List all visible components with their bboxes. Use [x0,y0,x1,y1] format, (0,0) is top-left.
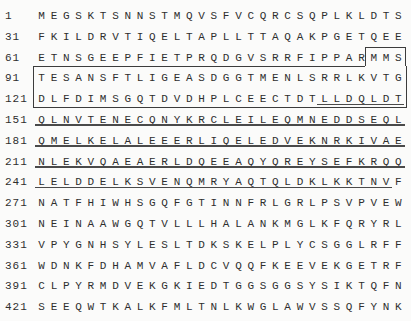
residue-cell: A [343,48,355,69]
residue-cell: Q [146,110,158,131]
sequence-row: 391CLPYRMDVEKGKIEDTGGSGGSYSIKTQFN [0,276,411,297]
residue-cell: L [134,297,146,318]
residue-cell: V [146,172,158,193]
residue-cell: E [171,131,183,152]
residue-cell: P [318,48,330,69]
residue-cell: G [183,193,195,214]
residue-cell: E [220,152,232,173]
residue-cell: G [282,276,294,297]
sequence-row: 181QMELKELALEEERLIQELEDVEKNRKIVAE [0,131,411,152]
residue-cell: G [146,193,158,214]
row-position-number: 61 [5,48,20,69]
residue-cell: E [392,131,404,152]
residue-cell: E [195,276,207,297]
residue-cell: A [232,152,244,173]
residue-cell: E [392,27,404,48]
residue-cell: T [60,193,72,214]
residue-cell: L [109,172,121,193]
residue-cell: Y [60,235,72,256]
residue-cell: S [36,297,48,318]
residue-cell: F [85,256,97,277]
residue-cell: L [134,131,146,152]
residue-cell: Q [245,152,257,173]
residue-cell: N [122,6,134,27]
residue-cell: A [134,152,146,173]
residue-cell: E [48,172,60,193]
residue-cell: L [331,89,343,110]
residue-cell: L [245,131,257,152]
residue-cell: M [294,110,306,131]
residue-cell: L [269,193,281,214]
residue-cell: V [122,276,134,297]
residue-cell: K [85,131,97,152]
residue-cell: F [257,256,269,277]
residue-cell: N [72,214,84,235]
residue-cell: Q [282,27,294,48]
residue-cell: K [343,172,355,193]
residue-cell: F [220,6,232,27]
residue-cell: K [232,297,244,318]
residue-cell: E [331,152,343,173]
residue-cell: I [146,48,158,69]
residue-cell: F [343,152,355,173]
residue-cell: F [380,276,392,297]
residue-cell: T [195,297,207,318]
row-position-number: 151 [5,110,28,131]
residue-cell: C [245,6,257,27]
residue-cell: M [195,172,207,193]
residue-cell: T [48,48,60,69]
residue-cell: S [134,172,146,193]
residue-cell: D [294,89,306,110]
residue-cell: N [282,68,294,89]
residue-cell: M [97,276,109,297]
residue-cell: S [208,6,220,27]
residue-cell: Q [269,152,281,173]
residue-cell: Q [380,110,392,131]
residue-cell: K [232,235,244,256]
residue-cell: Q [343,214,355,235]
residue-cell: M [257,68,269,89]
residue-cell: S [331,193,343,214]
residue-cell: T [380,68,392,89]
residue-cell: G [245,276,257,297]
sequence-row: 151QLNVTENECQNYKRCLEILEQMNEDDSEQL [0,110,411,131]
residue-cell: F [36,27,48,48]
residue-cell: S [72,48,84,69]
residue-cell: D [159,89,171,110]
residue-cell: I [97,193,109,214]
residue-cell: D [72,172,84,193]
residue-cell: V [245,48,257,69]
residue-cell: Q [183,6,195,27]
residue-cell: M [368,48,380,69]
residue-cell: S [146,6,158,27]
residue-cell: G [392,68,404,89]
residue-cell: T [380,6,392,27]
residue-cell: F [171,256,183,277]
residue-cell: Y [220,172,232,193]
residue-cell: P [331,48,343,69]
residue-cell: C [134,110,146,131]
residue-cell: N [159,110,171,131]
residue-cell: Q [36,110,48,131]
residue-cell: E [97,110,109,131]
residue-cell: T [257,27,269,48]
residue-cell: Y [171,110,183,131]
residue-cell: N [380,297,392,318]
residue-cell: W [109,193,121,214]
residue-cell: A [380,131,392,152]
residue-cell: L [318,89,330,110]
residue-cell: N [36,152,48,173]
residue-cell: L [171,152,183,173]
residue-cell: Q [232,256,244,277]
residue-cell: L [134,68,146,89]
sequence-figure: 1MEGSKTSNNSTMQVSFVCQRCSQPLKLDTS31FKILDRV… [0,0,411,321]
residue-cell: S [355,110,367,131]
residue-cell: E [109,48,121,69]
residue-cell: S [60,68,72,89]
residue-cell: T [195,193,207,214]
residue-cell: T [392,89,404,110]
residue-cell: D [36,89,48,110]
residue-cell: R [380,256,392,277]
residue-cell: I [85,89,97,110]
residue-cell: D [183,89,195,110]
residue-cell: P [355,193,367,214]
residue-cell: Q [97,152,109,173]
residue-cell: E [257,131,269,152]
residue-cell: D [343,110,355,131]
residue-cell: W [36,256,48,277]
residue-cell: K [146,276,158,297]
residue-cell: S [318,235,330,256]
residue-cell: Y [122,235,134,256]
residue-cell: Q [245,172,257,193]
residue-cell: Q [368,276,380,297]
residue-cell: M [282,214,294,235]
residue-cell: C [282,6,294,27]
residue-cell: G [343,256,355,277]
row-position-number: 121 [5,89,28,110]
residue-cell: R [269,6,281,27]
residue-cell: E [48,214,60,235]
residue-cell: T [355,27,367,48]
residue-cell: P [208,89,220,110]
residue-cell: N [208,297,220,318]
residue-cell: T [245,27,257,48]
residue-cell: E [60,131,72,152]
residue-cell: W [245,297,257,318]
residue-cell: A [48,193,60,214]
residue-cell: L [392,214,404,235]
residue-cell: E [171,68,183,89]
residue-cell: M [380,48,392,69]
row-position-number: 301 [5,214,28,235]
residue-cell: N [60,48,72,69]
residue-cell: V [306,256,318,277]
residue-cell: F [134,48,146,69]
row-position-number: 241 [5,172,28,193]
residue-cell: P [48,235,60,256]
residue-cell: L [48,276,60,297]
residue-cell: A [294,27,306,48]
residue-cell: K [343,276,355,297]
residue-cell: L [306,214,318,235]
residue-cell: S [72,6,84,27]
residue-cell: V [343,193,355,214]
residue-cell: L [269,297,281,318]
residue-cell: V [85,152,97,173]
residue-cell: G [60,6,72,27]
residue-cell: L [331,6,343,27]
residue-cell: K [208,235,220,256]
residue-cell: H [208,214,220,235]
residue-cell: G [257,297,269,318]
residue-cell: Y [72,276,84,297]
residue-cell: R [282,152,294,173]
residue-cell: F [159,297,171,318]
residue-cell: E [318,110,330,131]
residue-cell: E [294,131,306,152]
residue-cell: R [355,214,367,235]
residue-cell: F [392,256,404,277]
residue-cell: I [134,27,146,48]
residue-cell: R [380,214,392,235]
residue-cell: D [85,172,97,193]
residue-cell: S [392,48,404,69]
residue-cell: V [368,68,380,89]
residue-cell: N [109,110,121,131]
residue-cell: L [355,235,367,256]
residue-cell: E [355,256,367,277]
residue-cell: R [85,276,97,297]
residue-cell: I [331,276,343,297]
residue-cell: D [380,89,392,110]
residue-cell: Q [183,172,195,193]
row-position-number: 31 [5,27,20,48]
residue-cell: T [171,48,183,69]
residue-cell: V [368,131,380,152]
residue-cell: C [306,235,318,256]
residue-cell: S [318,152,330,173]
residue-cell: V [195,6,207,27]
residue-cell: Y [306,276,318,297]
residue-cell: A [72,68,84,89]
residue-cell: G [232,48,244,69]
sequence-row: 241LELDDELKSVENQMRYAQTQLDKLKKTNVF [0,172,411,193]
residue-cell: L [318,172,330,193]
residue-cell: Q [282,110,294,131]
residue-cell: H [97,235,109,256]
residue-cell: A [183,68,195,89]
residue-cell: V [306,297,318,318]
row-position-number: 91 [5,68,20,89]
residue-cell: E [97,131,109,152]
residue-cell: C [232,89,244,110]
residue-cell: F [294,48,306,69]
residue-cell: F [72,193,84,214]
residue-cell: E [159,172,171,193]
residue-cell: I [60,27,72,48]
residue-cell: A [122,256,134,277]
residue-cell: R [331,68,343,89]
residue-cell: Q [72,297,84,318]
residue-cell: L [60,172,72,193]
residue-cell: E [245,89,257,110]
residue-cell: L [294,68,306,89]
residue-cell: K [306,131,318,152]
residue-cell: E [232,131,244,152]
residue-cell: L [282,235,294,256]
residue-cell: L [220,297,232,318]
residue-cell: P [60,276,72,297]
residue-cell: V [159,214,171,235]
residue-cell: W [392,193,404,214]
sequence-row: 31FKILDRVTIQELTAPLLTTAQAKPGETQEE [0,27,411,48]
residue-cell: I [306,48,318,69]
residue-cell: E [245,235,257,256]
residue-cell: Q [208,48,220,69]
residue-cell: E [380,193,392,214]
residue-cell: T [368,256,380,277]
residue-cell: K [48,27,60,48]
residue-cell: H [195,89,207,110]
residue-cell: P [208,27,220,48]
residue-cell: Q [134,89,146,110]
residue-cell: A [195,27,207,48]
residue-cell: P [183,48,195,69]
residue-cell: Q [343,297,355,318]
residue-cell: R [269,48,281,69]
residue-cell: E [146,235,158,256]
residue-cell: V [380,172,392,193]
residue-cell: G [159,276,171,297]
residue-cell: T [85,110,97,131]
residue-cell: S [306,68,318,89]
residue-cell: E [159,27,171,48]
residue-cell: K [318,214,330,235]
residue-cell: K [355,68,367,89]
residue-cell: Q [306,6,318,27]
residue-cell: E [60,152,72,173]
residue-cell: A [159,256,171,277]
residue-cell: L [171,235,183,256]
residue-cell: D [294,172,306,193]
residue-cell: R [195,110,207,131]
residue-cell: D [368,6,380,27]
residue-cell: K [72,256,84,277]
residue-cell: E [257,89,269,110]
residue-cell: I [60,214,72,235]
residue-cell: T [146,214,158,235]
residue-cell: D [183,152,195,173]
residue-cell: Y [306,152,318,173]
residue-cell: N [60,256,72,277]
residue-cell: L [109,131,121,152]
residue-cell: E [343,27,355,48]
residue-cell: Q [220,131,232,152]
residue-cell: S [109,235,121,256]
residue-cell: T [36,68,48,89]
residue-cell: E [122,152,134,173]
residue-cell: A [97,214,109,235]
residue-cell: T [97,6,109,27]
residue-cell: E [282,256,294,277]
residue-cell: S [331,297,343,318]
residue-cell: G [122,89,134,110]
residue-cell: S [318,297,330,318]
residue-cell: H [122,193,134,214]
residue-cell: L [72,131,84,152]
residue-cell: K [355,152,367,173]
residue-cell: L [257,110,269,131]
residue-cell: L [220,110,232,131]
residue-cell: E [48,6,60,27]
residue-cell: N [220,193,232,214]
residue-cell: P [318,193,330,214]
residue-cell: G [232,68,244,89]
residue-cell: D [195,256,207,277]
residue-cell: D [331,110,343,131]
residue-cell: D [48,256,60,277]
residue-cell: E [294,152,306,173]
residue-cell: Y [368,297,380,318]
residue-cell: L [392,110,404,131]
residue-cell: I [183,276,195,297]
residue-cell: Q [269,172,281,193]
residue-cell: V [282,131,294,152]
residue-cell: K [109,297,121,318]
residue-cell: P [318,6,330,27]
residue-cell: A [282,297,294,318]
residue-cell: G [294,214,306,235]
row-position-number: 361 [5,256,28,277]
residue-cell: E [380,27,392,48]
residue-cell: G [159,68,171,89]
residue-cell: K [392,297,404,318]
residue-cell: L [232,27,244,48]
residue-cell: T [122,27,134,48]
residue-cell: Q [146,27,158,48]
residue-cell: E [368,110,380,131]
residue-cell: K [122,172,134,193]
residue-cell: F [392,235,404,256]
residue-cell: K [72,152,84,173]
residue-cell: T [159,6,171,27]
residue-cell: E [294,256,306,277]
residue-cell: L [183,256,195,277]
residue-cell: L [282,172,294,193]
residue-cell: D [220,48,232,69]
residue-cell: S [195,68,207,89]
residue-cell: T [355,172,367,193]
residue-cell: M [134,256,146,277]
residue-cell: N [306,110,318,131]
residue-cell: G [232,276,244,297]
sequence-row: 211NLEKVQAEAERLDQEEAQYQREYSEFKRQQ [0,152,411,173]
residue-cell: E [97,48,109,69]
sequence-row: 91TESANSFTLIGEASDGGTMENLSRRLKVTG [0,68,411,89]
residue-cell: G [220,68,232,89]
residue-cell: E [122,110,134,131]
residue-cell: E [159,48,171,69]
residue-cell: T [245,68,257,89]
residue-cell: A [122,297,134,318]
residue-cell: Y [294,235,306,256]
residue-cell: F [380,235,392,256]
